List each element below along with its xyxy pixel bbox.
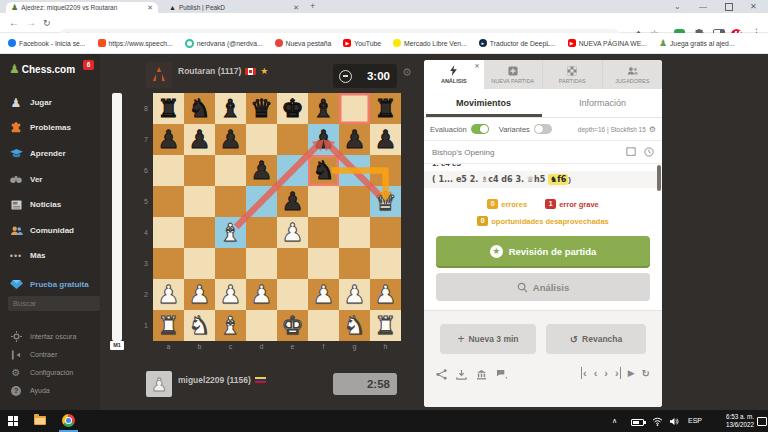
black-pawn[interactable]: ♟ (312, 124, 334, 155)
bookmark-nerdvana[interactable]: nerdvana (@nerdva... (185, 39, 263, 48)
square-a3[interactable] (153, 248, 184, 279)
square-b2[interactable]: ♟ (184, 279, 215, 310)
rank-label: 1 (138, 322, 148, 329)
speechtexter-icon (98, 39, 106, 47)
sidebar-item-mas[interactable]: ••• Más (0, 243, 100, 268)
plus-icon: + (457, 332, 464, 346)
file-label: e (277, 343, 308, 350)
facebook-icon (8, 39, 16, 47)
sidebar-item-problemas[interactable]: Problemas (0, 115, 100, 140)
square-d2[interactable]: ♟ (246, 279, 277, 310)
square-e2[interactable] (277, 279, 308, 310)
subtab-informacion[interactable]: Información (543, 98, 662, 108)
white-pawn[interactable]: ♟ (374, 279, 396, 310)
help-icon: ? (9, 384, 23, 398)
nav-forward-icon[interactable]: › (604, 367, 608, 379)
square-f3[interactable] (308, 248, 339, 279)
evaluation-bar (112, 93, 122, 341)
gear-icon: ⚙ (9, 366, 23, 380)
sidebar-item-interfaz-oscura[interactable]: Interfaz oscura (0, 328, 100, 345)
opening-name[interactable]: Bishop's Opening (432, 148, 626, 157)
newspaper-icon (9, 198, 23, 212)
language-indicator[interactable]: ESP (688, 417, 702, 424)
opponent-name[interactable]: Routaran (1117) (178, 66, 241, 76)
moves-scrollbar[interactable] (657, 165, 661, 191)
square-f7[interactable]: ♟ (308, 124, 339, 155)
player-name[interactable]: miguel2209 (1156) (178, 375, 251, 385)
history-icon[interactable] (644, 147, 654, 157)
square-a5[interactable] (153, 186, 184, 217)
more-dots-icon: ••• (9, 249, 23, 263)
bookmark-mercadolibre[interactable]: Mercado Libre Ven... (393, 39, 467, 47)
subtab-movimientos[interactable]: Movimientos (424, 98, 543, 108)
square-c7[interactable]: ♟ (215, 124, 246, 155)
players-icon (627, 66, 638, 76)
engine-gear-icon[interactable]: ⚙ (649, 125, 656, 134)
bookmark-nueva-pestana[interactable]: Nueva pestaña (275, 39, 332, 47)
download-icon[interactable] (456, 369, 467, 380)
black-bishop[interactable]: ♝ (219, 93, 241, 124)
bookmark-deepl[interactable]: ▸Traductor de DeepL... (479, 39, 556, 47)
square-d4[interactable] (246, 217, 277, 248)
square-g5[interactable] (339, 186, 370, 217)
square-b3[interactable] (184, 248, 215, 279)
rematch-button[interactable]: ↺ Revancha (546, 324, 646, 354)
square-c1[interactable]: ♝ (215, 310, 246, 341)
square-c3[interactable] (215, 248, 246, 279)
black-knight[interactable]: ♞ (312, 155, 334, 186)
black-pawn[interactable]: ♟ (250, 155, 272, 186)
highlighted-move: ♞f6 (548, 174, 568, 185)
analysis-panel: ✕ ANÁLISIS NUEVA PARTIDA PARTIDAS JUGADO… (424, 60, 662, 407)
binoculars-icon (9, 173, 23, 187)
white-rook[interactable]: ♜ (374, 310, 396, 341)
bookmark-nueva-pagina[interactable]: ▶NUEVA PÁGINA WE... (568, 39, 647, 47)
file-label: h (370, 343, 401, 350)
file-label: c (215, 343, 246, 350)
white-rook[interactable]: ♜ (157, 310, 179, 341)
square-d3[interactable] (246, 248, 277, 279)
diamond-icon (9, 278, 23, 292)
sidebar-item-contraer[interactable]: Contraer (0, 346, 100, 363)
black-queen[interactable]: ♛ (250, 93, 272, 124)
panel-tabs: ✕ ANÁLISIS NUEVA PARTIDA PARTIDAS JUGADO… (424, 60, 662, 89)
square-h3[interactable] (370, 248, 401, 279)
analysis-button[interactable]: Análisis (436, 273, 650, 301)
browser-tab-peakd[interactable]: ▲ Publish | PeakD ✕ (164, 2, 304, 13)
square-f5[interactable] (308, 186, 339, 217)
chess-pawn-icon: ♟ (659, 38, 667, 48)
tab-close-icon[interactable]: ✕ (147, 4, 153, 12)
square-g1[interactable]: ♞ (339, 310, 370, 341)
sidebar-item-comunidad[interactable]: Comunidad (0, 218, 100, 243)
chat-icon[interactable] (496, 369, 508, 380)
white-pawn[interactable]: ♟ (219, 279, 241, 310)
chess-favicon: ♟ (11, 3, 18, 12)
file-label: g (339, 343, 370, 350)
bookmark-speechtexter[interactable]: https://www.speech... (98, 39, 173, 47)
square-b5[interactable] (184, 186, 215, 217)
square-e5[interactable]: ♟ (277, 186, 308, 217)
tab-partidas[interactable]: PARTIDAS (543, 60, 603, 89)
player-clock: 2:58 (333, 373, 397, 395)
white-bishop[interactable]: ♝ (219, 217, 241, 248)
battery-icon[interactable] (631, 419, 644, 426)
tournament-icon[interactable] (476, 369, 487, 380)
tab-title: Publish | PeakD (179, 4, 289, 11)
screen: ♟ Ajedrez: miguel2209 vs Routaran ✕ ▲ Pu… (0, 0, 768, 432)
black-pawn[interactable]: ♟ (219, 124, 241, 155)
square-d5[interactable] (246, 186, 277, 217)
square-e6[interactable] (277, 155, 308, 186)
rank-label: 2 (138, 291, 148, 298)
bookmark-facebook[interactable]: Facebook - Inicia se... (8, 39, 86, 47)
mistake-summary-row: 0 errores 1 error grave (424, 194, 662, 214)
square-b4[interactable] (184, 217, 215, 248)
light-mode-icon (9, 330, 23, 344)
share-icon[interactable] (436, 369, 447, 380)
square-g6[interactable] (339, 155, 370, 186)
square-a1[interactable]: ♜ (153, 310, 184, 341)
wifi-icon[interactable] (652, 417, 663, 426)
sidebar-item-noticias[interactable]: Noticias (0, 192, 100, 217)
player-info: miguel2209 (1156) (178, 375, 266, 385)
white-pawn[interactable]: ♟ (343, 279, 365, 310)
white-pawn[interactable]: ♟ (281, 217, 303, 248)
square-g8[interactable] (339, 93, 370, 124)
square-a4[interactable] (153, 217, 184, 248)
start-button[interactable] (8, 416, 18, 426)
opponent-clock: 3:00 (333, 64, 397, 88)
tab-close-icon[interactable]: ✕ (474, 62, 479, 69)
square-c8[interactable]: ♝ (215, 93, 246, 124)
evaluation-label: Evaluación (430, 125, 467, 134)
square-f6[interactable]: ♞ (308, 155, 339, 186)
window-minimize-button[interactable]: — (699, 0, 707, 13)
sidebar-item-configuracion[interactable]: ⚙ Configuración (0, 364, 100, 381)
tray-date: 13/6/2022 (712, 421, 754, 429)
square-c4[interactable]: ♝ (215, 217, 246, 248)
bookmark-chess[interactable]: ♟Juega gratis al ajed... (659, 38, 735, 48)
tray-expand-icon[interactable]: ∧ (612, 417, 617, 425)
white-pawn[interactable]: ♟ (188, 279, 210, 310)
address-bar: ← → ↻ chess.com/game/live/48778155737 ☆ … (0, 13, 768, 33)
errors-stat: 0 errores (487, 199, 527, 209)
magnifier-icon (517, 282, 528, 293)
player-time: 2:58 (333, 378, 397, 390)
variants-toggle[interactable] (534, 124, 552, 134)
square-g3[interactable] (339, 248, 370, 279)
chess-board[interactable]: ♜♞♝♛♚♝♜♟♟♟♟♟♟♟♞♟♛♝♟♟♟♟♟♟♟♟♜♞♝♚♞♜ (153, 93, 401, 341)
square-a2[interactable]: ♟ (153, 279, 184, 310)
square-f2[interactable]: ♟ (308, 279, 339, 310)
rank-label: 7 (138, 136, 148, 143)
white-king[interactable]: ♚ (281, 310, 303, 341)
blunders-stat: 1 error grave (545, 199, 599, 209)
engine-depth-label: depth=16 | Stockfish 15 (552, 126, 646, 133)
deepl-icon: ▸ (479, 39, 487, 47)
variation-row[interactable]: ( 1... e5 2. ♗c4 d6 3. ♕h5 ♞f6 ) (424, 171, 662, 188)
tab-title: Ajedrez: miguel2209 vs Routaran (21, 4, 143, 11)
bookmark-youtube[interactable]: ▶YouTube (343, 39, 381, 47)
white-pawn[interactable]: ♟ (312, 279, 334, 310)
share-toolbar (436, 369, 508, 380)
browser-tab-strip: ♟ Ajedrez: miguel2209 vs Routaran ✕ ▲ Pu… (0, 0, 768, 13)
square-d8[interactable]: ♛ (246, 93, 277, 124)
square-g7[interactable]: ♟ (339, 124, 370, 155)
tab-search-icon[interactable]: ⌄ (674, 0, 681, 13)
canada-flag-icon (245, 68, 256, 75)
logo-pawn-icon: ♟ (9, 62, 20, 76)
browser-tab-current[interactable]: ♟ Ajedrez: miguel2209 vs Routaran ✕ (6, 2, 158, 13)
new-game-button[interactable]: + Nueva 3 min (440, 324, 536, 354)
panel-subtabs: Movimientos Información (424, 89, 662, 118)
lightning-icon (449, 65, 458, 76)
player-avatar[interactable]: ♟ (146, 371, 172, 397)
new-tab-button[interactable]: + (310, 1, 315, 11)
square-b6[interactable] (184, 155, 215, 186)
square-d6[interactable]: ♟ (246, 155, 277, 186)
black-pawn[interactable]: ♟ (281, 186, 303, 217)
nav-last-icon[interactable]: › (615, 367, 621, 379)
chesscom-logo[interactable]: ♟ Chess.com (9, 62, 75, 76)
tab-analisis[interactable]: ✕ ANÁLISIS (424, 60, 484, 89)
nav-play-icon[interactable]: ▶ (628, 368, 635, 378)
missed-wins-stat: 0 oportunidades desaprovechadas (424, 214, 662, 228)
flip-board-icon[interactable]: ↻ (642, 368, 650, 379)
panel-footer: + Nueva 3 min ↺ Revancha ‹ ‹ › › ▶ ↻ (424, 310, 662, 407)
square-e8[interactable]: ♚ (277, 93, 308, 124)
square-h1[interactable]: ♜ (370, 310, 401, 341)
search-input[interactable] (8, 296, 100, 311)
clock-tray[interactable]: 6:53 a. m. 13/6/2022 (712, 413, 754, 429)
square-h6[interactable] (370, 155, 401, 186)
windows-taskbar: ∧ ESP 6:53 a. m. 13/6/2022 (0, 410, 768, 432)
square-g2[interactable]: ♟ (339, 279, 370, 310)
play-pawn-icon: ♟ (9, 96, 23, 110)
black-rook[interactable]: ♜ (374, 93, 396, 124)
opponent-avatar[interactable] (146, 62, 172, 88)
sidebar-item-ayuda[interactable]: ? Ayuda (0, 382, 100, 399)
square-h2[interactable]: ♟ (370, 279, 401, 310)
black-pawn[interactable]: ♟ (188, 124, 210, 155)
review-star-icon: ★ (490, 245, 503, 258)
people-icon (9, 224, 23, 238)
square-c6[interactable] (215, 155, 246, 186)
opening-book-icon[interactable] (626, 147, 636, 157)
rank-label: 6 (138, 167, 148, 174)
opponent-info: Routaran (1117) ★ (178, 66, 268, 76)
window-close-button[interactable]: ✕ (750, 0, 757, 13)
move-navigation: ‹ ‹ › › ▶ ↻ (581, 367, 650, 379)
sidebar-item-aprender[interactable]: Aprender (0, 141, 100, 166)
black-knight[interactable]: ♞ (188, 93, 210, 124)
square-e4[interactable]: ♟ (277, 217, 308, 248)
white-pawn-avatar-icon: ♟ (151, 374, 167, 395)
plus-square-icon (508, 66, 518, 76)
square-f1[interactable] (308, 310, 339, 341)
bookmarks-bar: Facebook - Inicia se... https://www.spee… (0, 33, 768, 54)
variation-moves: ( 1... e5 2. ♗c4 d6 3. ♕h5 (432, 175, 548, 184)
notification-center-icon[interactable] (757, 417, 767, 426)
nav-back-icon[interactable]: ‹ (594, 367, 598, 379)
black-pawn[interactable]: ♟ (343, 124, 365, 155)
window-maximize-button[interactable] (725, 3, 733, 11)
white-bishop[interactable]: ♝ (219, 310, 241, 341)
square-a6[interactable] (153, 155, 184, 186)
rank-label: 5 (138, 198, 148, 205)
sidebar: ♟ Chess.com 6 ♟ Jugar Problemas Aprender… (0, 54, 100, 410)
chrome-taskbar-icon[interactable] (62, 414, 75, 427)
sidebar-item-jugar[interactable]: ♟ Jugar (0, 90, 100, 115)
back-icon[interactable]: ← (9, 13, 19, 33)
puzzle-icon (9, 121, 23, 135)
peakd-favicon: ▲ (169, 4, 176, 11)
file-label: a (153, 343, 184, 350)
square-h5[interactable]: ♛ (370, 186, 401, 217)
reload-icon[interactable]: ↻ (43, 13, 51, 33)
rank-label: 3 (138, 260, 148, 267)
venezuela-flag-icon (255, 377, 266, 384)
active-subtab-underline (426, 114, 542, 117)
white-queen[interactable]: ♛ (374, 186, 396, 217)
rank-label: 4 (138, 229, 148, 236)
globe-icon (275, 39, 283, 47)
square-g4[interactable] (339, 217, 370, 248)
file-label: f (308, 343, 339, 350)
square-e7[interactable] (277, 124, 308, 155)
membership-star-icon: ★ (260, 66, 268, 76)
tray-time: 6:53 a. m. (712, 413, 754, 421)
square-b7[interactable]: ♟ (184, 124, 215, 155)
youtube-icon: ▶ (568, 39, 576, 47)
file-label: b (184, 343, 215, 350)
clock-pause-icon (339, 70, 352, 83)
white-knight[interactable]: ♞ (343, 310, 365, 341)
speaker-icon[interactable] (669, 417, 679, 426)
white-pawn[interactable]: ♟ (157, 279, 179, 310)
square-h8[interactable]: ♜ (370, 93, 401, 124)
graduation-cap-icon (9, 147, 23, 161)
evaluation-toggle[interactable] (471, 124, 489, 134)
board-grid-icon (567, 66, 577, 76)
nav-first-icon[interactable]: ‹ (581, 367, 587, 379)
square-c5[interactable] (215, 186, 246, 217)
square-e1[interactable]: ♚ (277, 310, 308, 341)
engine-settings-row: Evaluación Variantes depth=16 | Stockfis… (424, 118, 662, 141)
square-b8[interactable]: ♞ (184, 93, 215, 124)
sidebar-item-prueba-gratuita[interactable]: Prueba gratuita (0, 272, 100, 297)
square-d7[interactable] (246, 124, 277, 155)
black-pawn[interactable]: ♟ (374, 124, 396, 155)
square-d1[interactable] (246, 310, 277, 341)
white-pawn[interactable]: ♟ (250, 279, 272, 310)
file-label: d (246, 343, 277, 350)
black-rook[interactable]: ♜ (157, 93, 179, 124)
clipped-move-row[interactable]: 1. e4 e5 (424, 164, 662, 171)
file-explorer-icon[interactable] (34, 416, 46, 425)
square-c2[interactable]: ♟ (215, 279, 246, 310)
game-review-button[interactable]: ★ Revisión de partida (436, 236, 650, 266)
evaluation-label: M1 (110, 341, 124, 350)
sidebar-item-ver[interactable]: Ver (0, 167, 100, 192)
youtube-icon: ▶ (343, 39, 351, 47)
opponent-time: 3:00 (352, 70, 397, 82)
black-bishop[interactable]: ♝ (312, 93, 334, 124)
board-settings-gear-icon[interactable]: ⚙ (402, 66, 412, 79)
mercadolibre-icon (393, 39, 401, 47)
white-knight[interactable]: ♞ (188, 310, 210, 341)
square-h7[interactable]: ♟ (370, 124, 401, 155)
square-f8[interactable]: ♝ (308, 93, 339, 124)
square-f4[interactable] (308, 217, 339, 248)
forward-icon[interactable]: → (26, 13, 36, 33)
black-king[interactable]: ♚ (281, 93, 303, 124)
black-pawn[interactable]: ♟ (157, 124, 179, 155)
square-h4[interactable] (370, 217, 401, 248)
variants-label: Variantes (499, 125, 530, 134)
nerdvana-icon (185, 39, 194, 48)
notification-badge[interactable]: 6 (83, 60, 94, 70)
square-a8[interactable]: ♜ (153, 93, 184, 124)
opening-row: Bishop's Opening (424, 141, 662, 164)
square-a7[interactable]: ♟ (153, 124, 184, 155)
tab-jugadores[interactable]: JUGADORES (603, 60, 663, 89)
square-e3[interactable] (277, 248, 308, 279)
logo-text: Chess.com (22, 64, 75, 75)
rematch-icon: ↺ (570, 334, 578, 345)
tab-close-icon[interactable]: ✕ (293, 4, 299, 12)
square-b1[interactable]: ♞ (184, 310, 215, 341)
rank-label: 8 (138, 105, 148, 112)
tab-nueva-partida[interactable]: NUEVA PARTIDA (484, 60, 544, 89)
collapse-icon (9, 348, 23, 362)
